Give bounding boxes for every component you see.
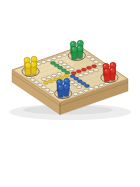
home-hole-yellow <box>49 80 54 83</box>
track-hole <box>62 53 67 56</box>
pawn-head-blue <box>58 84 64 90</box>
home-hole-yellow <box>59 76 64 79</box>
pawn-highlight <box>111 69 113 71</box>
track-hole <box>94 86 99 89</box>
track-hole <box>78 74 83 77</box>
pawn-head-red <box>104 68 110 74</box>
product-photo <box>0 0 140 187</box>
track-hole <box>73 83 78 86</box>
track-hole <box>89 87 94 90</box>
track-hole <box>94 68 99 71</box>
pawn-cluster-yellow <box>24 56 37 77</box>
pawn-head-blue <box>63 83 69 89</box>
pawn-highlight <box>58 81 60 83</box>
pawn-highlight <box>111 64 113 66</box>
track-hole <box>73 93 78 96</box>
home-hole-red <box>71 72 76 75</box>
home-hole-blue <box>70 75 75 78</box>
home-hole-red <box>76 70 81 73</box>
pawn-highlight <box>64 85 66 87</box>
track-hole <box>41 78 46 81</box>
track-hole <box>97 63 102 66</box>
pawn-cluster-green <box>70 40 83 61</box>
pawn-head-green <box>77 45 83 51</box>
pawn-highlight <box>32 57 34 59</box>
pawn-highlight <box>78 46 80 48</box>
pawn-cluster-red <box>103 62 116 83</box>
track-hole <box>94 60 99 63</box>
pawn-highlight <box>71 42 73 44</box>
track-hole <box>99 84 104 87</box>
pawn-head-red <box>109 67 115 73</box>
home-hole-yellow <box>64 74 69 77</box>
track-hole <box>57 72 62 75</box>
track-hole <box>62 63 67 66</box>
track-hole <box>41 86 46 89</box>
track-hole <box>83 89 88 92</box>
pawn-highlight <box>104 65 106 67</box>
ludo-board-photo <box>0 0 140 187</box>
home-hole-green <box>58 66 63 69</box>
home-hole-green <box>65 71 70 74</box>
pawn-highlight <box>59 86 61 88</box>
home-hole-red <box>92 65 97 68</box>
track-hole <box>46 59 51 62</box>
track-hole <box>52 57 57 60</box>
track-hole <box>83 72 88 75</box>
home-hole-blue <box>77 80 82 83</box>
pawn-highlight <box>25 58 27 60</box>
track-hole <box>86 55 91 58</box>
pawn-highlight <box>78 41 80 43</box>
track-hole <box>41 61 46 64</box>
track-hole <box>69 68 74 71</box>
track-hole <box>89 70 94 73</box>
pawn-highlight <box>105 70 107 72</box>
home-hole-yellow <box>43 81 48 84</box>
pawn-head-yellow <box>30 61 36 67</box>
home-hole-red <box>81 68 86 71</box>
pawn-highlight <box>72 47 74 49</box>
pawn-highlight <box>32 62 34 64</box>
track-hole <box>78 91 83 94</box>
pawn-highlight <box>26 63 28 65</box>
pawn-highlight <box>65 80 67 82</box>
track-hole <box>52 74 57 77</box>
pawn-head-yellow <box>25 62 31 68</box>
track-hole <box>47 76 52 79</box>
track-hole <box>49 91 54 94</box>
track-hole <box>90 58 95 61</box>
track-hole <box>38 83 43 86</box>
track-hole <box>57 55 62 58</box>
track-hole <box>45 88 50 91</box>
track-hole <box>34 81 39 84</box>
home-hole-red <box>87 66 92 69</box>
pawn-head-green <box>71 46 77 52</box>
track-hole <box>30 78 35 81</box>
